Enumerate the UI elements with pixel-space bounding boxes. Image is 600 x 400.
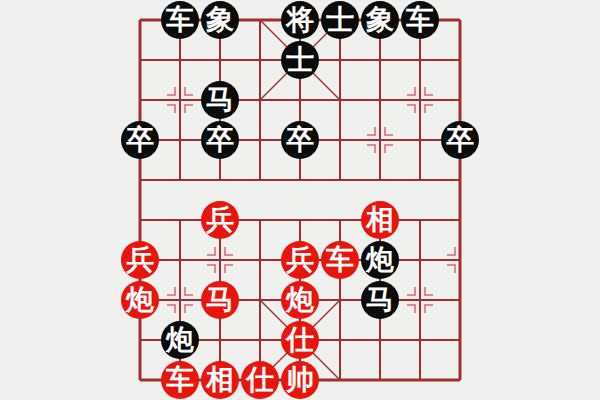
board-point: 兵 xyxy=(280,240,320,280)
board-point: 马 xyxy=(360,280,400,320)
piece-black-advisor[interactable]: 士 xyxy=(281,41,319,79)
board-point: 士 xyxy=(320,0,360,40)
board-point: 兵 xyxy=(120,240,160,280)
piece-red-rook[interactable]: 车 xyxy=(161,361,199,399)
board-point: 士 xyxy=(280,40,320,80)
board-point: 马 xyxy=(200,80,240,120)
xiangqi-board: 车象将士象车士马卒卒卒卒兵相兵兵车炮炮马炮马炮仕车相仕帅 xyxy=(0,0,600,400)
board-point: 炮 xyxy=(280,280,320,320)
board-point: 车 xyxy=(160,360,200,400)
board-point: 卒 xyxy=(440,120,480,160)
board-point: 炮 xyxy=(120,280,160,320)
piece-black-elephant[interactable]: 象 xyxy=(361,1,399,39)
piece-black-advisor[interactable]: 士 xyxy=(321,1,359,39)
piece-red-pawn[interactable]: 兵 xyxy=(281,241,319,279)
piece-red-king[interactable]: 帅 xyxy=(281,361,319,399)
board-point: 相 xyxy=(360,200,400,240)
board-point: 兵 xyxy=(200,200,240,240)
board-point: 车 xyxy=(400,0,440,40)
board-point: 仕 xyxy=(240,360,280,400)
piece-black-elephant[interactable]: 象 xyxy=(201,1,239,39)
piece-black-king[interactable]: 将 xyxy=(281,1,319,39)
piece-red-elephant[interactable]: 相 xyxy=(201,361,239,399)
piece-black-pawn[interactable]: 卒 xyxy=(121,121,159,159)
board-point: 车 xyxy=(160,0,200,40)
piece-red-advisor[interactable]: 仕 xyxy=(241,361,279,399)
board-point: 相 xyxy=(200,360,240,400)
piece-black-pawn[interactable]: 卒 xyxy=(441,121,479,159)
piece-layer: 车象将士象车士马卒卒卒卒兵相兵兵车炮炮马炮马炮仕车相仕帅 xyxy=(120,0,480,400)
piece-red-rook[interactable]: 车 xyxy=(321,241,359,279)
board-point: 炮 xyxy=(160,320,200,360)
piece-black-cannon[interactable]: 炮 xyxy=(361,241,399,279)
piece-black-cannon[interactable]: 炮 xyxy=(161,321,199,359)
board-point: 帅 xyxy=(280,360,320,400)
piece-red-horse[interactable]: 马 xyxy=(201,281,239,319)
piece-red-cannon[interactable]: 炮 xyxy=(121,281,159,319)
piece-black-horse[interactable]: 马 xyxy=(361,281,399,319)
board-point: 象 xyxy=(200,0,240,40)
piece-red-elephant[interactable]: 相 xyxy=(361,201,399,239)
board-point: 车 xyxy=(320,240,360,280)
piece-black-pawn[interactable]: 卒 xyxy=(201,121,239,159)
piece-black-rook[interactable]: 车 xyxy=(401,1,439,39)
piece-red-cannon[interactable]: 炮 xyxy=(281,281,319,319)
piece-red-pawn[interactable]: 兵 xyxy=(121,241,159,279)
piece-black-horse[interactable]: 马 xyxy=(201,81,239,119)
board-point: 卒 xyxy=(200,120,240,160)
board-point: 卒 xyxy=(120,120,160,160)
piece-red-pawn[interactable]: 兵 xyxy=(201,201,239,239)
board-point: 卒 xyxy=(280,120,320,160)
piece-black-rook[interactable]: 车 xyxy=(161,1,199,39)
board-point: 将 xyxy=(280,0,320,40)
piece-red-advisor[interactable]: 仕 xyxy=(281,321,319,359)
board-point: 仕 xyxy=(280,320,320,360)
board-point: 象 xyxy=(360,0,400,40)
board-point: 马 xyxy=(200,280,240,320)
piece-black-pawn[interactable]: 卒 xyxy=(281,121,319,159)
board-point: 炮 xyxy=(360,240,400,280)
